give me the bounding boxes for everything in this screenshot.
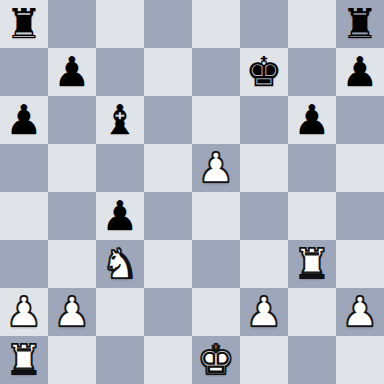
square-f8[interactable] [240, 0, 288, 48]
square-h3[interactable] [336, 240, 384, 288]
white-pawn[interactable]: ♟ [246, 288, 283, 336]
square-c4[interactable]: ♟ [96, 192, 144, 240]
square-f2[interactable]: ♟ [240, 288, 288, 336]
square-a4[interactable] [0, 192, 48, 240]
square-g1[interactable] [288, 336, 336, 384]
black-pawn[interactable]: ♟ [54, 48, 91, 96]
square-c5[interactable] [96, 144, 144, 192]
square-e5[interactable]: ♟ [192, 144, 240, 192]
white-pawn[interactable]: ♟ [342, 288, 379, 336]
black-pawn[interactable]: ♟ [294, 96, 331, 144]
square-a7[interactable] [0, 48, 48, 96]
square-f3[interactable] [240, 240, 288, 288]
square-a8[interactable]: ♜ [0, 0, 48, 48]
white-king[interactable]: ♚ [198, 336, 235, 384]
square-c2[interactable] [96, 288, 144, 336]
black-pawn[interactable]: ♟ [6, 96, 43, 144]
chess-board: ♜♜♟♚♟♟♝♟♟♟♞♜♟♟♟♟♜♚ [0, 0, 384, 384]
square-d4[interactable] [144, 192, 192, 240]
white-rook[interactable]: ♜ [294, 240, 331, 288]
square-b4[interactable] [48, 192, 96, 240]
square-a5[interactable] [0, 144, 48, 192]
square-h2[interactable]: ♟ [336, 288, 384, 336]
square-b7[interactable]: ♟ [48, 48, 96, 96]
square-e7[interactable] [192, 48, 240, 96]
square-e3[interactable] [192, 240, 240, 288]
square-d1[interactable] [144, 336, 192, 384]
square-e4[interactable] [192, 192, 240, 240]
square-c6[interactable]: ♝ [96, 96, 144, 144]
square-c7[interactable] [96, 48, 144, 96]
square-c1[interactable] [96, 336, 144, 384]
square-g6[interactable]: ♟ [288, 96, 336, 144]
square-e2[interactable] [192, 288, 240, 336]
square-d7[interactable] [144, 48, 192, 96]
black-king[interactable]: ♚ [246, 48, 283, 96]
square-e1[interactable]: ♚ [192, 336, 240, 384]
white-rook[interactable]: ♜ [6, 336, 43, 384]
white-pawn[interactable]: ♟ [54, 288, 91, 336]
square-f1[interactable] [240, 336, 288, 384]
square-h5[interactable] [336, 144, 384, 192]
square-b8[interactable] [48, 0, 96, 48]
black-pawn[interactable]: ♟ [102, 192, 139, 240]
square-a2[interactable]: ♟ [0, 288, 48, 336]
square-b6[interactable] [48, 96, 96, 144]
square-d2[interactable] [144, 288, 192, 336]
square-h7[interactable]: ♟ [336, 48, 384, 96]
square-a1[interactable]: ♜ [0, 336, 48, 384]
square-f4[interactable] [240, 192, 288, 240]
square-g4[interactable] [288, 192, 336, 240]
black-rook[interactable]: ♜ [6, 0, 43, 48]
square-g8[interactable] [288, 0, 336, 48]
square-e8[interactable] [192, 0, 240, 48]
square-d3[interactable] [144, 240, 192, 288]
white-knight[interactable]: ♞ [102, 240, 139, 288]
square-d6[interactable] [144, 96, 192, 144]
white-pawn[interactable]: ♟ [198, 144, 235, 192]
square-h6[interactable] [336, 96, 384, 144]
square-h4[interactable] [336, 192, 384, 240]
square-a6[interactable]: ♟ [0, 96, 48, 144]
square-b3[interactable] [48, 240, 96, 288]
square-f6[interactable] [240, 96, 288, 144]
square-f5[interactable] [240, 144, 288, 192]
square-h1[interactable] [336, 336, 384, 384]
square-b5[interactable] [48, 144, 96, 192]
square-d5[interactable] [144, 144, 192, 192]
black-rook[interactable]: ♜ [342, 0, 379, 48]
square-e6[interactable] [192, 96, 240, 144]
square-f7[interactable]: ♚ [240, 48, 288, 96]
square-d8[interactable] [144, 0, 192, 48]
square-g5[interactable] [288, 144, 336, 192]
square-c8[interactable] [96, 0, 144, 48]
square-g7[interactable] [288, 48, 336, 96]
white-pawn[interactable]: ♟ [6, 288, 43, 336]
square-g3[interactable]: ♜ [288, 240, 336, 288]
square-c3[interactable]: ♞ [96, 240, 144, 288]
black-bishop[interactable]: ♝ [102, 96, 139, 144]
black-pawn[interactable]: ♟ [342, 48, 379, 96]
square-b1[interactable] [48, 336, 96, 384]
square-a3[interactable] [0, 240, 48, 288]
square-g2[interactable] [288, 288, 336, 336]
square-b2[interactable]: ♟ [48, 288, 96, 336]
square-h8[interactable]: ♜ [336, 0, 384, 48]
